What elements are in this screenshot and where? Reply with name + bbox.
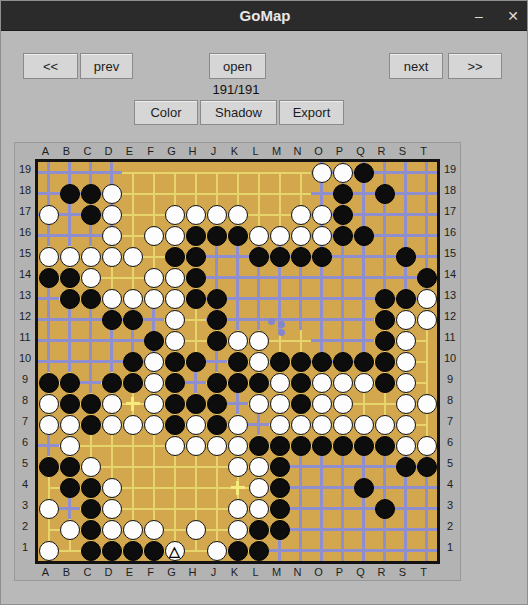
territory-line (362, 540, 365, 561)
territory-line (425, 225, 428, 246)
territory-line (278, 267, 281, 288)
white-stone-K3 (228, 499, 248, 519)
territory-line (47, 225, 50, 246)
territory-line (341, 246, 344, 267)
col-label-bottom-G: G (161, 564, 182, 580)
territory-line (341, 540, 344, 561)
row-label-left-12: 12 (15, 306, 35, 327)
row-label-left-4: 4 (15, 474, 35, 495)
white-stone-S7 (396, 415, 416, 435)
white-stone-A8 (39, 394, 59, 414)
black-stone-L9 (249, 373, 269, 393)
corner-br (440, 564, 460, 580)
white-stone-D4 (102, 478, 122, 498)
black-stone-C13 (81, 289, 101, 309)
territory-line (341, 267, 344, 288)
yellow-cross-marker (131, 397, 134, 411)
triangle-marker: △ (165, 541, 185, 561)
white-stone-E2 (123, 520, 143, 540)
shadow-button[interactable]: Shadow (200, 100, 277, 125)
black-stone-N8 (291, 394, 311, 414)
territory-line (89, 309, 92, 330)
black-stone-F1 (144, 541, 164, 561)
corner-tr (440, 143, 460, 159)
territory-line (404, 477, 407, 498)
black-stone-R3 (375, 499, 395, 519)
col-label-bottom-K: K (224, 564, 245, 580)
black-stone-H16 (186, 226, 206, 246)
black-stone-S5 (396, 457, 416, 477)
white-stone-C15 (81, 247, 101, 267)
territory-line (278, 288, 281, 309)
col-label-bottom-D: D (98, 564, 119, 580)
black-stone-C3 (81, 499, 101, 519)
white-stone-H7 (186, 415, 206, 435)
black-stone-M4 (270, 478, 290, 498)
col-label-bottom-N: N (287, 564, 308, 580)
white-stone-R7 (375, 415, 395, 435)
territory-line (341, 456, 344, 477)
row-label-left-2: 2 (15, 516, 35, 537)
white-stone-G13 (165, 289, 185, 309)
territory-line (362, 288, 365, 309)
territory-line (68, 225, 71, 246)
territory-line (299, 540, 302, 561)
close-icon[interactable]: ✕ (505, 8, 521, 24)
row-label-left-13: 13 (15, 285, 35, 306)
black-stone-G7 (165, 415, 185, 435)
row-label-right-10: 10 (440, 348, 460, 369)
col-label-top-C: C (77, 143, 98, 159)
black-stone-M6 (270, 436, 290, 456)
black-stone-N6 (291, 436, 311, 456)
black-stone-G8 (165, 394, 185, 414)
territory-line (194, 372, 197, 393)
black-stone-R10 (375, 352, 395, 372)
territory-line (257, 267, 260, 288)
row-label-left-14: 14 (15, 264, 35, 285)
black-stone-R13 (375, 289, 395, 309)
territory-line (257, 288, 260, 309)
white-stone-A3 (39, 499, 59, 519)
row-label-right-17: 17 (440, 201, 460, 222)
territory-line (320, 183, 323, 204)
territory-line (152, 309, 155, 330)
white-stone-F7 (144, 415, 164, 435)
black-stone-J7 (207, 415, 227, 435)
territory-line (362, 498, 365, 519)
territory-line (320, 267, 323, 288)
black-stone-L6 (249, 436, 269, 456)
territory-line (425, 162, 428, 183)
go-board[interactable]: △ (35, 159, 440, 564)
black-stone-B9 (60, 373, 80, 393)
white-stone-H17 (186, 205, 206, 225)
row-label-right-19: 19 (440, 159, 460, 180)
black-stone-K16 (228, 226, 248, 246)
territory-line (215, 351, 218, 372)
territory-line (110, 351, 113, 372)
territory-line (47, 330, 50, 351)
col-label-bottom-T: T (413, 564, 434, 580)
col-label-top-M: M (266, 143, 287, 159)
black-stone-S15 (396, 247, 416, 267)
row-label-left-7: 7 (15, 411, 35, 432)
row-label-right-4: 4 (440, 474, 460, 495)
white-stone-D18 (102, 184, 122, 204)
territory-line (215, 246, 218, 267)
black-stone-H8 (186, 394, 206, 414)
territory-line (68, 351, 71, 372)
territory-line (383, 519, 386, 540)
corner-bl (15, 564, 35, 580)
yellow-cross-marker (236, 481, 239, 495)
col-label-top-J: J (203, 143, 224, 159)
black-stone-R9 (375, 373, 395, 393)
territory-line (383, 162, 386, 183)
row-label-left-11: 11 (15, 327, 35, 348)
territory-line (320, 477, 323, 498)
row-label-left-5: 5 (15, 453, 35, 474)
corner-tl (15, 143, 35, 159)
black-stone-L1 (249, 541, 269, 561)
black-stone-J9 (207, 373, 227, 393)
white-stone-K5 (228, 457, 248, 477)
territory-line (341, 477, 344, 498)
territory-line (383, 456, 386, 477)
white-stone-F8 (144, 394, 164, 414)
white-stone-L10 (249, 352, 269, 372)
board-panel: ABCDEFGHJKLMNOPQRST 19181716151413121110… (14, 142, 461, 581)
white-stone-E7 (123, 415, 143, 435)
white-stone-J17 (207, 205, 227, 225)
open-button[interactable]: open (209, 53, 266, 79)
black-stone-L15 (249, 247, 269, 267)
territory-line (404, 540, 407, 561)
white-stone-G12 (165, 310, 185, 330)
black-stone-J13 (207, 289, 227, 309)
black-stone-P17 (333, 205, 353, 225)
black-stone-R12 (375, 310, 395, 330)
territory-line (362, 456, 365, 477)
territory-line (341, 309, 344, 330)
white-stone-G11 (165, 331, 185, 351)
white-stone-O19 (312, 163, 332, 183)
col-label-top-H: H (182, 143, 203, 159)
row-label-right-13: 13 (440, 285, 460, 306)
col-label-top-K: K (224, 143, 245, 159)
row-label-left-17: 17 (15, 201, 35, 222)
black-stone-J11 (207, 331, 227, 351)
white-stone-H2 (186, 520, 206, 540)
white-stone-O9 (312, 373, 332, 393)
white-stone-P19 (333, 163, 353, 183)
prev-move-button[interactable]: prev (80, 53, 133, 79)
white-stone-K7 (228, 415, 248, 435)
white-stone-D16 (102, 226, 122, 246)
white-stone-Q7 (354, 415, 374, 435)
territory-line (236, 393, 239, 414)
black-stone-C7 (81, 415, 101, 435)
territory-line (299, 267, 302, 288)
white-stone-A15 (39, 247, 59, 267)
territory-line (404, 162, 407, 183)
black-stone-N10 (291, 352, 311, 372)
black-stone-H10 (186, 352, 206, 372)
white-stone-B15 (60, 247, 80, 267)
white-stone-M8 (270, 394, 290, 414)
black-stone-B13 (60, 289, 80, 309)
col-label-top-F: F (140, 143, 161, 159)
col-label-bottom-B: B (56, 564, 77, 580)
black-stone-Q19 (354, 163, 374, 183)
black-stone-K1 (228, 541, 248, 561)
white-stone-Q9 (354, 373, 374, 393)
territory-line (299, 519, 302, 540)
territory-line (236, 309, 239, 330)
territory-line (89, 351, 92, 372)
territory-line (89, 225, 92, 246)
first-move-button[interactable]: << (23, 53, 78, 79)
export-button[interactable]: Export (279, 100, 344, 125)
col-label-bottom-J: J (203, 564, 224, 580)
territory-line (362, 246, 365, 267)
territory-line (425, 540, 428, 561)
territory-line (383, 477, 386, 498)
territory-line (425, 183, 428, 204)
col-label-bottom-O: O (308, 564, 329, 580)
territory-line (425, 477, 428, 498)
territory-line (299, 498, 302, 519)
row-label-left-6: 6 (15, 432, 35, 453)
white-stone-D13 (102, 289, 122, 309)
white-stone-O16 (312, 226, 332, 246)
black-stone-R11 (375, 331, 395, 351)
black-stone-A14 (39, 268, 59, 288)
white-stone-E13 (123, 289, 143, 309)
row-label-right-18: 18 (440, 180, 460, 201)
title-bar[interactable]: GoMap – ✕ (1, 1, 528, 31)
territory-line (341, 519, 344, 540)
row-labels-left: 19181716151413121110987654321 (15, 159, 35, 564)
territory-line (383, 540, 386, 561)
black-stone-L2 (249, 520, 269, 540)
territory-line (425, 498, 428, 519)
black-stone-N15 (291, 247, 311, 267)
black-stone-J8 (207, 394, 227, 414)
col-label-top-S: S (392, 143, 413, 159)
white-stone-L16 (249, 226, 269, 246)
col-label-top-L: L (245, 143, 266, 159)
territory-line (320, 309, 323, 330)
black-stone-F11 (144, 331, 164, 351)
territory-line (383, 204, 386, 225)
white-stone-T6 (417, 436, 437, 456)
row-label-left-16: 16 (15, 222, 35, 243)
territory-line (47, 288, 50, 309)
black-stone-O15 (312, 247, 332, 267)
black-stone-B8 (60, 394, 80, 414)
row-label-left-1: 1 (15, 537, 35, 558)
territory-line (236, 246, 239, 267)
black-stone-H13 (186, 289, 206, 309)
black-stone-M3 (270, 499, 290, 519)
color-button[interactable]: Color (134, 100, 198, 125)
black-stone-B5 (60, 457, 80, 477)
annotation-dot (268, 318, 275, 325)
white-stone-J6 (207, 436, 227, 456)
row-label-right-9: 9 (440, 369, 460, 390)
black-stone-Q10 (354, 352, 374, 372)
territory-line (362, 267, 365, 288)
territory-line (341, 288, 344, 309)
territory-line (362, 204, 365, 225)
territory-line (278, 540, 281, 561)
territory-line (47, 183, 50, 204)
row-label-right-2: 2 (440, 516, 460, 537)
white-stone-D3 (102, 499, 122, 519)
white-stone-N7 (291, 415, 311, 435)
territory-line (299, 309, 302, 330)
minimize-icon[interactable]: – (471, 8, 487, 24)
white-stone-K2 (228, 520, 248, 540)
territory-line (383, 225, 386, 246)
column-labels-bottom: ABCDEFGHJKLMNOPQRST (35, 564, 440, 580)
white-stone-G17 (165, 205, 185, 225)
territory-line (89, 162, 92, 183)
territory-line (89, 372, 92, 393)
white-stone-B7 (60, 415, 80, 435)
territory-line (47, 435, 50, 456)
black-stone-A5 (39, 457, 59, 477)
white-stone-N16 (291, 226, 311, 246)
black-stone-K10 (228, 352, 248, 372)
row-label-left-9: 9 (15, 369, 35, 390)
territory-line (257, 414, 260, 435)
white-stone-K6 (228, 436, 248, 456)
territory-line (404, 498, 407, 519)
black-stone-B18 (60, 184, 80, 204)
black-stone-H14 (186, 268, 206, 288)
black-stone-H15 (186, 247, 206, 267)
next-move-button[interactable]: next (389, 53, 443, 79)
black-stone-D1 (102, 541, 122, 561)
black-stone-C1 (81, 541, 101, 561)
last-move-button[interactable]: >> (448, 53, 502, 79)
row-label-left-18: 18 (15, 180, 35, 201)
black-stone-E12 (123, 310, 143, 330)
territory-line (425, 519, 428, 540)
row-label-right-11: 11 (440, 327, 460, 348)
white-stone-S10 (396, 352, 416, 372)
black-stone-E9 (123, 373, 143, 393)
black-stone-K9 (228, 373, 248, 393)
row-label-right-7: 7 (440, 411, 460, 432)
move-counter: 191/191 (176, 82, 296, 97)
white-stone-P9 (333, 373, 353, 393)
black-stone-M2 (270, 520, 290, 540)
black-stone-O6 (312, 436, 332, 456)
white-stone-T12 (417, 310, 437, 330)
white-stone-K17 (228, 205, 248, 225)
territory-line (299, 477, 302, 498)
territory-line (110, 330, 113, 351)
black-stone-P10 (333, 352, 353, 372)
territory-line (362, 183, 365, 204)
territory-line (236, 267, 239, 288)
territory-line (341, 330, 344, 351)
white-stone-D8 (102, 394, 122, 414)
col-label-bottom-F: F (140, 564, 161, 580)
territory-line (320, 330, 323, 351)
territory-line (404, 204, 407, 225)
white-stone-F13 (144, 289, 164, 309)
col-label-top-O: O (308, 143, 329, 159)
white-stone-O17 (312, 205, 332, 225)
territory-line (68, 498, 71, 519)
white-stone-C5 (81, 457, 101, 477)
row-label-right-6: 6 (440, 432, 460, 453)
black-stone-C18 (81, 184, 101, 204)
territory-line (47, 162, 50, 183)
territory-line (68, 330, 71, 351)
black-stone-P6 (333, 436, 353, 456)
territory-line (131, 330, 134, 351)
col-label-bottom-L: L (245, 564, 266, 580)
black-stone-R6 (375, 436, 395, 456)
white-stone-B6 (60, 436, 80, 456)
col-label-top-T: T (413, 143, 434, 159)
territory-line (257, 309, 260, 330)
white-stone-B2 (60, 520, 80, 540)
col-label-top-B: B (56, 143, 77, 159)
black-stone-T5 (417, 457, 437, 477)
col-label-top-D: D (98, 143, 119, 159)
white-stone-M9 (270, 373, 290, 393)
col-label-bottom-S: S (392, 564, 413, 580)
white-stone-S8 (396, 394, 416, 414)
white-stone-K11 (228, 331, 248, 351)
row-label-left-8: 8 (15, 390, 35, 411)
territory-line (110, 162, 113, 183)
white-stone-L3 (249, 499, 269, 519)
territory-line (404, 267, 407, 288)
black-stone-A9 (39, 373, 59, 393)
territory-line (404, 183, 407, 204)
territory-line (320, 288, 323, 309)
black-stone-N9 (291, 373, 311, 393)
white-stone-S12 (396, 310, 416, 330)
territory-line (68, 162, 71, 183)
white-stone-M16 (270, 226, 290, 246)
black-stone-G9 (165, 373, 185, 393)
row-label-right-1: 1 (440, 537, 460, 558)
territory-line (68, 309, 71, 330)
black-stone-C8 (81, 394, 101, 414)
col-label-bottom-M: M (266, 564, 287, 580)
territory-line (404, 225, 407, 246)
black-stone-G15 (165, 247, 185, 267)
annotation-dot (278, 321, 285, 328)
white-stone-L8 (249, 394, 269, 414)
white-stone-L11 (249, 331, 269, 351)
black-stone-C4 (81, 478, 101, 498)
col-label-top-N: N (287, 143, 308, 159)
row-label-right-5: 5 (440, 453, 460, 474)
territory-line (425, 204, 428, 225)
col-label-bottom-P: P (329, 564, 350, 580)
territory-line (47, 351, 50, 372)
